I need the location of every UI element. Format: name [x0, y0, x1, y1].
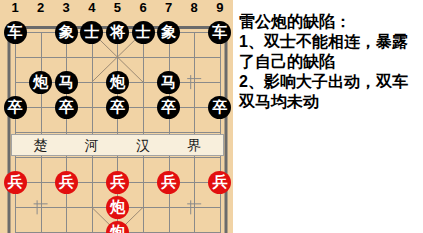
piece-black[interactable]: 将 [106, 21, 129, 44]
piece-black[interactable]: 卒 [208, 96, 231, 119]
annotation-text: 雷公炮的缺陷： 1、双士不能相连，暴露 了自己的缺陷 2、影响大子出动，双车 双… [239, 12, 421, 112]
piece-black[interactable]: 卒 [4, 96, 27, 119]
piece-red[interactable]: 兵 [4, 171, 27, 194]
column-label: 5 [109, 1, 125, 15]
piece-black[interactable]: 象 [55, 21, 78, 44]
annotation-line: 双马均未动 [239, 92, 421, 112]
piece-red[interactable]: 兵 [208, 171, 231, 194]
column-label: 3 [58, 1, 74, 15]
annotation-line: 了自己的缺陷 [239, 52, 421, 72]
river-label: 界 [185, 137, 203, 153]
column-label: 7 [161, 1, 177, 15]
piece-red[interactable]: 炮 [106, 196, 129, 219]
column-label: 6 [135, 1, 151, 15]
column-label: 2 [33, 1, 49, 15]
piece-black[interactable]: 马 [55, 71, 78, 94]
annotation-title: 雷公炮的缺陷： [239, 12, 421, 32]
piece-black[interactable]: 卒 [55, 96, 78, 119]
annotation-line: 1、双士不能相连，暴露 [239, 32, 421, 52]
river-label: 河 [83, 137, 101, 153]
piece-black[interactable]: 卒 [157, 96, 180, 119]
piece-black[interactable]: 车 [4, 21, 27, 44]
river-label: 汉 [134, 137, 152, 153]
piece-red[interactable]: 兵 [157, 171, 180, 194]
river-label: 楚 [32, 137, 50, 153]
piece-black[interactable]: 炮 [29, 71, 52, 94]
column-label: 4 [84, 1, 100, 15]
screenshot-root: 123456789 楚河汉界 车象士将士象车炮马炮马卒卒卒卒卒兵兵兵兵兵炮炮 雷… [0, 0, 423, 233]
piece-black[interactable]: 象 [157, 21, 180, 44]
column-label: 9 [212, 1, 228, 15]
piece-black[interactable]: 士 [80, 21, 103, 44]
piece-black[interactable]: 炮 [106, 71, 129, 94]
piece-black[interactable]: 车 [208, 21, 231, 44]
piece-black[interactable]: 卒 [106, 96, 129, 119]
column-label: 8 [186, 1, 202, 15]
annotation-line: 2、影响大子出动，双车 [239, 72, 421, 92]
piece-black[interactable]: 马 [157, 71, 180, 94]
xiangqi-board: 123456789 楚河汉界 车象士将士象车炮马炮马卒卒卒卒卒兵兵兵兵兵炮炮 [0, 0, 233, 233]
piece-red[interactable]: 兵 [55, 171, 78, 194]
annotation-panel: 雷公炮的缺陷： 1、双士不能相连，暴露 了自己的缺陷 2、影响大子出动，双车 双… [233, 0, 423, 233]
column-label: 1 [7, 1, 23, 15]
piece-red[interactable]: 兵 [106, 171, 129, 194]
piece-black[interactable]: 士 [132, 21, 155, 44]
